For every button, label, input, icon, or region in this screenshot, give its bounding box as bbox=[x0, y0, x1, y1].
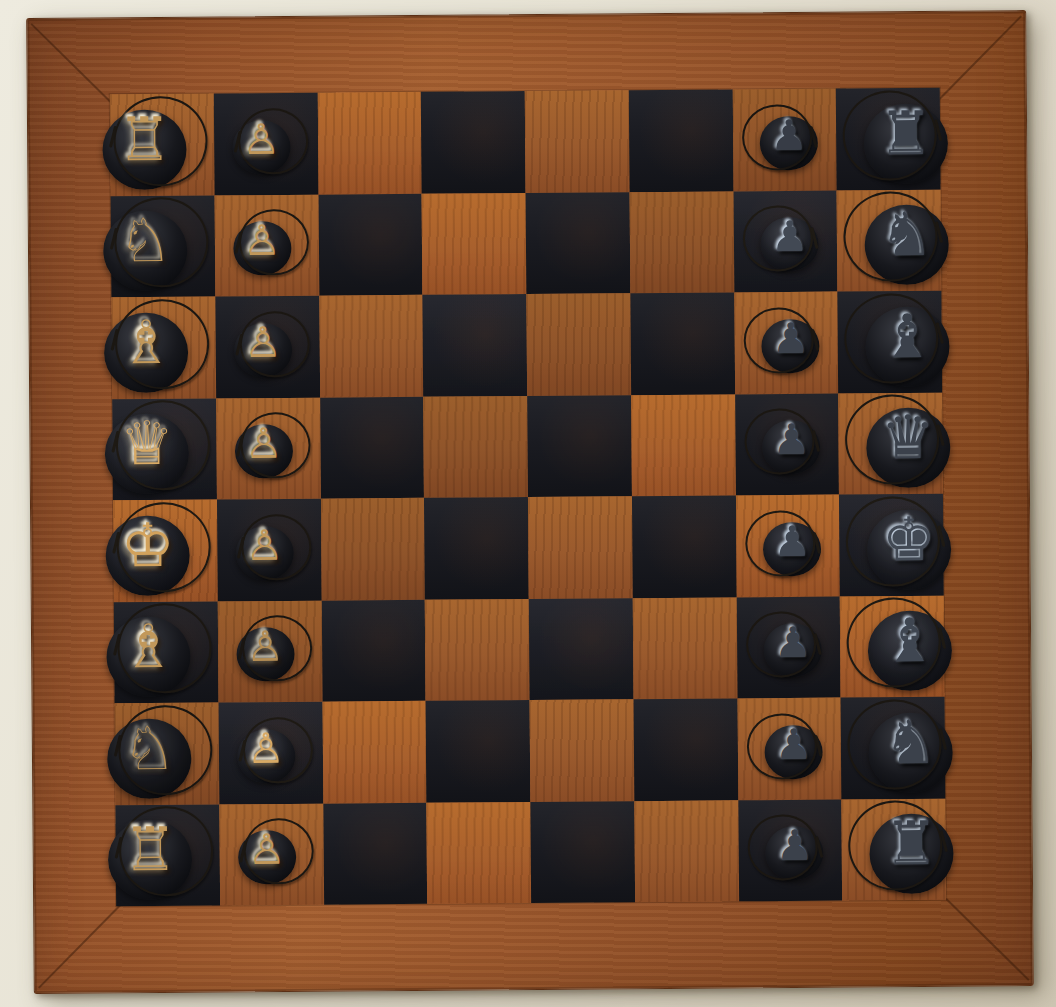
piece-glyph: ♞ bbox=[879, 204, 933, 264]
piece-glyph: ♔ bbox=[121, 515, 175, 575]
piece-black-knight[interactable]: ♞ bbox=[852, 697, 957, 799]
piece-white-rook[interactable]: ♖ bbox=[104, 804, 209, 906]
piece-glyph: ♘ bbox=[122, 718, 176, 778]
square-r1-c4[interactable] bbox=[421, 91, 526, 193]
square-r5-c5[interactable] bbox=[528, 496, 633, 598]
square-r7-c7[interactable]: ♟ bbox=[737, 698, 842, 800]
square-r1-c3[interactable] bbox=[317, 92, 422, 194]
piece-white-pawn[interactable]: ♙ bbox=[216, 397, 321, 499]
piece-glyph: ♟ bbox=[774, 622, 812, 664]
square-r6-c8[interactable]: ♝ bbox=[840, 595, 945, 697]
piece-glyph: ♟ bbox=[772, 419, 810, 461]
square-r5-c1[interactable]: ♔ bbox=[113, 499, 218, 601]
square-r8-c1[interactable]: ♖ bbox=[115, 804, 220, 906]
square-r3-c3[interactable] bbox=[319, 295, 424, 397]
square-r1-c5[interactable] bbox=[525, 90, 630, 192]
square-r2-c2[interactable]: ♙ bbox=[214, 194, 319, 296]
frame-miter-top-right bbox=[939, 15, 1022, 99]
piece-white-pawn[interactable]: ♙ bbox=[217, 499, 322, 601]
piece-glyph: ♛ bbox=[881, 407, 935, 467]
piece-black-rook[interactable]: ♜ bbox=[853, 798, 958, 900]
piece-white-bishop[interactable]: ♗ bbox=[103, 601, 208, 703]
piece-glyph: ♚ bbox=[882, 509, 936, 569]
piece-black-pawn[interactable]: ♟ bbox=[733, 190, 838, 292]
square-r6-c2[interactable]: ♙ bbox=[218, 600, 323, 702]
piece-glyph: ♟ bbox=[770, 114, 808, 156]
frame-miter-bottom-right bbox=[945, 898, 1029, 981]
square-r8-c5[interactable] bbox=[530, 801, 635, 903]
square-r3-c1[interactable]: ♗ bbox=[111, 296, 216, 398]
square-r8-c3[interactable] bbox=[323, 802, 428, 904]
square-r2-c3[interactable] bbox=[318, 193, 423, 295]
square-r1-c6[interactable] bbox=[629, 89, 734, 191]
piece-glyph: ♘ bbox=[118, 210, 172, 270]
piece-glyph: ♟ bbox=[775, 723, 813, 765]
piece-glyph: ♜ bbox=[884, 813, 938, 873]
piece-white-rook[interactable]: ♖ bbox=[99, 94, 204, 196]
board-grid: ♖♙♟♜♘♙♟♞♗♙♟♝♕♙♟♛♔♙♟♚♗♙♟♝♘♙♟♞♖♙♟♜ bbox=[110, 88, 946, 906]
piece-glyph: ♜ bbox=[879, 103, 933, 163]
piece-white-pawn[interactable]: ♙ bbox=[214, 194, 319, 296]
square-r2-c7[interactable]: ♟ bbox=[733, 190, 838, 292]
frame-miter-bottom-left bbox=[38, 905, 121, 989]
square-r6-c1[interactable]: ♗ bbox=[114, 601, 219, 703]
piece-white-pawn[interactable]: ♙ bbox=[218, 600, 323, 702]
square-r7-c4[interactable] bbox=[426, 700, 531, 802]
square-r2-c6[interactable] bbox=[629, 191, 734, 293]
piece-glyph: ♖ bbox=[123, 819, 177, 879]
square-r6-c6[interactable] bbox=[633, 597, 738, 699]
square-r1-c2[interactable]: ♙ bbox=[214, 93, 319, 195]
piece-glyph: ♙ bbox=[244, 321, 282, 363]
piece-black-bishop[interactable]: ♝ bbox=[849, 291, 954, 393]
square-r6-c5[interactable] bbox=[529, 598, 634, 700]
piece-glyph: ♗ bbox=[121, 616, 175, 676]
piece-white-king[interactable]: ♔ bbox=[102, 500, 207, 602]
piece-glyph: ♙ bbox=[245, 524, 283, 566]
square-r8-c4[interactable] bbox=[427, 802, 532, 904]
square-r1-c8[interactable]: ♜ bbox=[836, 88, 941, 190]
square-r5-c2[interactable]: ♙ bbox=[217, 499, 322, 601]
square-r4-c8[interactable]: ♛ bbox=[838, 392, 943, 494]
piece-black-pawn[interactable]: ♟ bbox=[735, 393, 840, 495]
square-r4-c7[interactable]: ♟ bbox=[735, 393, 840, 495]
square-r5-c6[interactable] bbox=[632, 495, 737, 597]
piece-white-pawn[interactable]: ♙ bbox=[215, 296, 320, 398]
square-r5-c4[interactable] bbox=[424, 497, 529, 599]
square-r4-c3[interactable] bbox=[320, 396, 425, 498]
piece-black-king[interactable]: ♚ bbox=[850, 494, 955, 596]
piece-glyph: ♗ bbox=[119, 312, 173, 372]
piece-glyph: ♞ bbox=[883, 712, 937, 772]
square-r5-c3[interactable] bbox=[320, 498, 425, 600]
square-r3-c6[interactable] bbox=[630, 292, 735, 394]
square-r4-c6[interactable] bbox=[631, 394, 736, 496]
piece-black-pawn[interactable]: ♟ bbox=[734, 292, 839, 394]
piece-white-pawn[interactable]: ♙ bbox=[218, 702, 323, 804]
square-r3-c7[interactable]: ♟ bbox=[734, 292, 839, 394]
chess-board: ♖♙♟♜♘♙♟♞♗♙♟♝♕♙♟♛♔♙♟♚♗♙♟♝♘♙♟♞♖♙♟♜ bbox=[26, 10, 1034, 994]
square-r7-c6[interactable] bbox=[633, 698, 738, 800]
piece-black-pawn[interactable]: ♟ bbox=[732, 89, 837, 191]
piece-glyph: ♙ bbox=[246, 626, 284, 668]
square-r3-c4[interactable] bbox=[423, 294, 528, 396]
square-r3-c8[interactable]: ♝ bbox=[838, 291, 943, 393]
piece-white-queen[interactable]: ♕ bbox=[101, 398, 206, 500]
square-r5-c7[interactable]: ♟ bbox=[735, 495, 840, 597]
square-r7-c3[interactable] bbox=[322, 701, 427, 803]
piece-black-pawn[interactable]: ♟ bbox=[738, 799, 843, 901]
piece-glyph: ♙ bbox=[245, 423, 283, 465]
square-r2-c1[interactable]: ♘ bbox=[111, 195, 216, 297]
piece-black-knight[interactable]: ♞ bbox=[848, 189, 953, 291]
piece-white-bishop[interactable]: ♗ bbox=[100, 297, 205, 399]
square-r4-c2[interactable]: ♙ bbox=[216, 397, 321, 499]
piece-glyph: ♟ bbox=[776, 825, 814, 867]
photo-scene: ♖♙♟♜♘♙♟♞♗♙♟♝♕♙♟♛♔♙♟♚♗♙♟♝♘♙♟♞♖♙♟♜ bbox=[0, 0, 1056, 1007]
piece-black-pawn[interactable]: ♟ bbox=[735, 495, 840, 597]
square-r8-c6[interactable] bbox=[634, 800, 739, 902]
square-r3-c2[interactable]: ♙ bbox=[215, 296, 320, 398]
square-r6-c3[interactable] bbox=[321, 599, 426, 701]
square-r1-c7[interactable]: ♟ bbox=[732, 89, 837, 191]
square-r8-c2[interactable]: ♙ bbox=[219, 803, 324, 905]
square-r7-c2[interactable]: ♙ bbox=[218, 702, 323, 804]
piece-glyph: ♝ bbox=[883, 610, 937, 670]
piece-glyph: ♖ bbox=[117, 109, 171, 169]
piece-white-pawn[interactable]: ♙ bbox=[214, 93, 319, 195]
square-r4-c5[interactable] bbox=[527, 395, 632, 497]
piece-black-pawn[interactable]: ♟ bbox=[737, 698, 842, 800]
square-r6-c4[interactable] bbox=[425, 599, 530, 701]
square-r3-c5[interactable] bbox=[526, 293, 631, 395]
piece-glyph: ♟ bbox=[773, 520, 811, 562]
square-r2-c4[interactable] bbox=[422, 193, 527, 295]
piece-glyph: ♕ bbox=[120, 413, 174, 473]
piece-glyph: ♟ bbox=[772, 317, 810, 359]
piece-white-knight[interactable]: ♘ bbox=[100, 195, 205, 297]
piece-black-bishop[interactable]: ♝ bbox=[851, 595, 956, 697]
square-r7-c5[interactable] bbox=[530, 699, 635, 801]
square-r7-c1[interactable]: ♘ bbox=[115, 702, 220, 804]
piece-white-knight[interactable]: ♘ bbox=[104, 703, 209, 805]
piece-white-pawn[interactable]: ♙ bbox=[219, 803, 324, 905]
piece-glyph: ♙ bbox=[242, 119, 280, 161]
square-r2-c8[interactable]: ♞ bbox=[837, 189, 942, 291]
square-r8-c7[interactable]: ♟ bbox=[738, 799, 843, 901]
square-r4-c4[interactable] bbox=[423, 396, 528, 498]
piece-black-rook[interactable]: ♜ bbox=[847, 88, 952, 190]
square-r7-c8[interactable]: ♞ bbox=[841, 697, 946, 799]
piece-black-pawn[interactable]: ♟ bbox=[736, 596, 841, 698]
square-r2-c5[interactable] bbox=[526, 192, 631, 294]
piece-glyph: ♙ bbox=[247, 727, 285, 769]
square-r6-c7[interactable]: ♟ bbox=[736, 596, 841, 698]
square-r1-c1[interactable]: ♖ bbox=[110, 93, 215, 195]
piece-glyph: ♟ bbox=[771, 216, 809, 258]
square-r8-c8[interactable]: ♜ bbox=[842, 798, 947, 900]
piece-glyph: ♙ bbox=[248, 829, 286, 871]
square-r5-c8[interactable]: ♚ bbox=[839, 494, 944, 596]
piece-black-queen[interactable]: ♛ bbox=[849, 392, 954, 494]
piece-glyph: ♙ bbox=[243, 220, 281, 262]
piece-glyph: ♝ bbox=[880, 306, 934, 366]
square-r4-c1[interactable]: ♕ bbox=[112, 398, 217, 500]
